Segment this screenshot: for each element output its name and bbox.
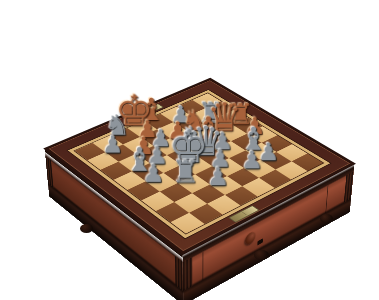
silver-pawn-b2: ♟ [102, 133, 124, 157]
copper-king-a4: ♚ [115, 90, 153, 133]
corner-fluting [183, 257, 193, 291]
board-square-g1 [156, 202, 189, 222]
chess-set-product-photo: ♜♟♜♛♝♟♟♞♝♟♟♝♟♞♛♟♚♟♟♚♟♞♟♟♜♟♝♟ [0, 0, 379, 300]
chess-box-scene: ♜♟♜♛♝♟♟♞♝♟♟♝♟♞♛♟♚♟♟♚♟♞♟♟♜♟♝♟ [87, 45, 307, 265]
silver-rook-f3: ♜ [172, 156, 200, 187]
copper-rook-d8: ♜ [228, 100, 254, 129]
board-square-b8 [205, 101, 234, 116]
board-square-h6 [259, 169, 291, 187]
copper-bishop-a5: ♝ [137, 94, 164, 125]
bun-foot [80, 224, 93, 233]
drawer-knob [245, 230, 256, 247]
board-square-d8: ♜ [233, 118, 263, 134]
silver-pawn-g4: ♟ [207, 164, 229, 189]
bun-foot [320, 214, 333, 223]
board-square-h8 [292, 153, 323, 171]
corner-fluting [45, 156, 54, 188]
board-square-a7 [177, 100, 206, 115]
board-square-a1 [75, 143, 106, 160]
silver-pawn-e2: ♟ [142, 161, 164, 186]
drawer-keyhole-shadow [257, 238, 263, 245]
drawer-seam [325, 185, 328, 212]
bun-foot [254, 250, 269, 260]
drawer-seam [202, 252, 203, 281]
brass-plaque-back-rim [137, 104, 163, 117]
board-square-a8 [192, 93, 221, 108]
silver-pawn-g6: ♟ [241, 148, 263, 173]
copper-pawn-e8: ♟ [244, 114, 265, 137]
